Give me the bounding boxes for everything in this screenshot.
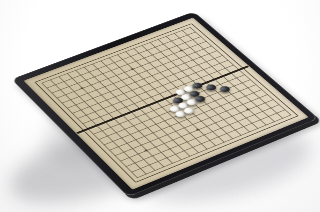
black-stone [204,83,218,92]
star-point [246,108,250,111]
star-point [196,128,200,131]
star-point [179,49,183,51]
star-point [130,68,134,70]
black-stone [218,85,232,94]
star-point [144,149,148,152]
star-point [80,87,84,89]
go-board-photo [0,0,320,212]
